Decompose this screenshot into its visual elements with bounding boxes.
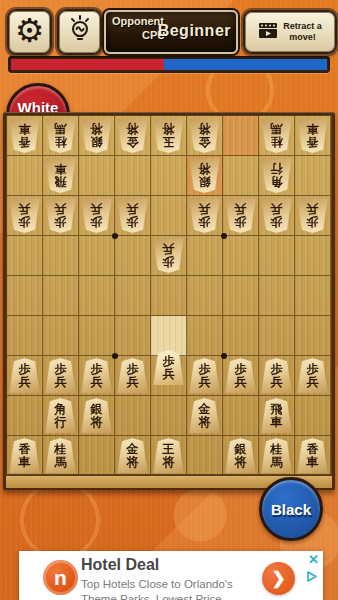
square-4a[interactable]: 金将: [187, 116, 223, 156]
square-1f[interactable]: [295, 316, 331, 356]
gear-icon: ⚙: [15, 14, 45, 47]
board-grid[interactable]: 香車桂馬銀将金将玉将金将桂馬香車飛車銀将角行歩兵歩兵歩兵歩兵歩兵歩兵歩兵歩兵歩兵…: [6, 115, 332, 475]
square-4i[interactable]: [187, 436, 223, 476]
square-2f[interactable]: [259, 316, 295, 356]
star-point: [112, 353, 118, 359]
white-piece-桂馬[interactable]: 桂馬: [45, 118, 76, 153]
white-piece-歩兵[interactable]: 歩兵: [261, 198, 292, 233]
square-6f[interactable]: [115, 316, 151, 356]
square-6g[interactable]: 歩兵: [115, 356, 151, 396]
white-piece-歩兵[interactable]: 歩兵: [9, 198, 40, 233]
square-3d[interactable]: [223, 236, 259, 276]
black-piece-銀将[interactable]: 銀将: [225, 438, 256, 473]
square-6d[interactable]: [115, 236, 151, 276]
square-7d[interactable]: [79, 236, 115, 276]
square-6b[interactable]: [115, 156, 151, 196]
advantage-bar: [8, 56, 330, 73]
black-piece-歩兵[interactable]: 歩兵: [117, 358, 148, 393]
square-1c[interactable]: 歩兵: [295, 196, 331, 236]
ad-logo: n: [43, 560, 78, 595]
star-point: [221, 233, 227, 239]
white-piece-香車[interactable]: 香車: [297, 118, 328, 153]
white-piece-歩兵[interactable]: 歩兵: [81, 198, 112, 233]
white-piece-歩兵[interactable]: 歩兵: [297, 198, 328, 233]
black-piece-香車[interactable]: 香車: [9, 438, 40, 473]
black-piece-歩兵[interactable]: 歩兵: [261, 358, 292, 393]
square-4f[interactable]: [187, 316, 223, 356]
black-piece-角行[interactable]: 角行: [45, 398, 76, 433]
square-2e[interactable]: [259, 276, 295, 316]
square-9b[interactable]: [7, 156, 43, 196]
ad-subtitle-line1: Top Hotels Close to Orlando's: [81, 578, 233, 590]
black-piece-香車[interactable]: 香車: [297, 438, 328, 473]
square-1e[interactable]: [295, 276, 331, 316]
square-7i[interactable]: [79, 436, 115, 476]
square-9g[interactable]: 歩兵: [7, 356, 43, 396]
square-5h[interactable]: [151, 396, 187, 436]
square-1b[interactable]: [295, 156, 331, 196]
white-piece-金将[interactable]: 金将: [117, 118, 148, 153]
white-piece-銀将[interactable]: 銀将: [81, 118, 112, 153]
app-screen: ⚙ Opponent CPU Beginner: [0, 0, 338, 600]
lightbulb-icon: [67, 15, 93, 49]
shogi-board: 香車桂馬銀将金将玉将金将桂馬香車飛車銀将角行歩兵歩兵歩兵歩兵歩兵歩兵歩兵歩兵歩兵…: [3, 112, 335, 490]
opponent-label: Opponent: [112, 15, 164, 27]
square-8a[interactable]: 桂馬: [43, 116, 79, 156]
square-5g[interactable]: 歩兵: [151, 356, 187, 396]
ad-subtitle-line2: Theme Parks. Lowest Price: [81, 593, 222, 600]
square-2h[interactable]: 飛車: [259, 396, 295, 436]
hint-button[interactable]: [57, 9, 102, 55]
white-piece-玉将[interactable]: 玉将: [153, 118, 184, 153]
black-piece-飛車[interactable]: 飛車: [261, 398, 292, 433]
square-5i[interactable]: 王将: [151, 436, 187, 476]
square-4h[interactable]: 金将: [187, 396, 223, 436]
white-piece-銀将[interactable]: 銀将: [189, 158, 220, 193]
square-7g[interactable]: 歩兵: [79, 356, 115, 396]
adchoices-icon[interactable]: [306, 569, 319, 587]
square-9h[interactable]: [7, 396, 43, 436]
black-piece-金将[interactable]: 金将: [189, 398, 220, 433]
ad-cta-button[interactable]: ❯: [262, 562, 295, 595]
square-2c[interactable]: 歩兵: [259, 196, 295, 236]
ad-close-button[interactable]: ✕: [308, 552, 319, 567]
square-7e[interactable]: [79, 276, 115, 316]
retract-move-button[interactable]: Retract a move!: [243, 10, 337, 54]
square-3b[interactable]: [223, 156, 259, 196]
clapperboard-icon: [258, 20, 278, 44]
square-3e[interactable]: [223, 276, 259, 316]
retract-label: Retract a move!: [283, 21, 322, 44]
square-8h[interactable]: 角行: [43, 396, 79, 436]
black-player-badge: Black: [259, 477, 323, 541]
white-piece-歩兵[interactable]: 歩兵: [225, 198, 256, 233]
star-point: [221, 353, 227, 359]
square-2a[interactable]: 桂馬: [259, 116, 295, 156]
square-9c[interactable]: 歩兵: [7, 196, 43, 236]
square-4b[interactable]: 銀将: [187, 156, 223, 196]
square-2g[interactable]: 歩兵: [259, 356, 295, 396]
black-piece-桂馬[interactable]: 桂馬: [261, 438, 292, 473]
square-6i[interactable]: 金将: [115, 436, 151, 476]
square-2i[interactable]: 桂馬: [259, 436, 295, 476]
square-2b[interactable]: 角行: [259, 156, 295, 196]
black-piece-歩兵[interactable]: 歩兵: [45, 358, 76, 393]
square-7a[interactable]: 銀将: [79, 116, 115, 156]
black-piece-金将[interactable]: 金将: [117, 438, 148, 473]
black-piece-歩兵[interactable]: 歩兵: [9, 358, 40, 393]
square-6h[interactable]: [115, 396, 151, 436]
white-piece-飛車[interactable]: 飛車: [45, 158, 76, 193]
square-9d[interactable]: [7, 236, 43, 276]
black-piece-歩兵[interactable]: 歩兵: [297, 358, 328, 393]
square-3h[interactable]: [223, 396, 259, 436]
white-piece-香車[interactable]: 香車: [9, 118, 40, 153]
square-3a[interactable]: [223, 116, 259, 156]
square-7b[interactable]: [79, 156, 115, 196]
square-5e[interactable]: [151, 276, 187, 316]
chevron-right-icon: ❯: [271, 568, 285, 589]
white-piece-歩兵[interactable]: 歩兵: [189, 198, 220, 233]
opponent-panel: Opponent CPU Beginner: [104, 10, 238, 54]
square-5c[interactable]: [151, 196, 187, 236]
white-piece-桂馬[interactable]: 桂馬: [261, 118, 292, 153]
square-4e[interactable]: [187, 276, 223, 316]
square-9a[interactable]: 香車: [7, 116, 43, 156]
square-1h[interactable]: [295, 396, 331, 436]
square-6a[interactable]: 金将: [115, 116, 151, 156]
black-piece-歩兵[interactable]: 歩兵: [153, 350, 184, 385]
square-1i[interactable]: 香車: [295, 436, 331, 476]
square-9i[interactable]: 香車: [7, 436, 43, 476]
white-piece-歩兵[interactable]: 歩兵: [153, 238, 184, 273]
advantage-bar-white: [11, 59, 164, 70]
black-piece-銀将[interactable]: 銀将: [81, 398, 112, 433]
advantage-bar-black: [164, 59, 327, 70]
square-4d[interactable]: [187, 236, 223, 276]
black-piece-桂馬[interactable]: 桂馬: [45, 438, 76, 473]
square-3c[interactable]: 歩兵: [223, 196, 259, 236]
square-8f[interactable]: [43, 316, 79, 356]
square-9e[interactable]: [7, 276, 43, 316]
square-5a[interactable]: 玉将: [151, 116, 187, 156]
square-6c[interactable]: 歩兵: [115, 196, 151, 236]
ad-title[interactable]: Hotel Deal: [81, 556, 159, 574]
square-5f[interactable]: [151, 316, 187, 356]
square-1a[interactable]: 香車: [295, 116, 331, 156]
square-7c[interactable]: 歩兵: [79, 196, 115, 236]
square-6e[interactable]: [115, 276, 151, 316]
square-7f[interactable]: [79, 316, 115, 356]
square-7h[interactable]: 銀将: [79, 396, 115, 436]
square-8b[interactable]: 飛車: [43, 156, 79, 196]
black-piece-歩兵[interactable]: 歩兵: [225, 358, 256, 393]
square-8i[interactable]: 桂馬: [43, 436, 79, 476]
black-piece-王将[interactable]: 王将: [153, 438, 184, 473]
square-8g[interactable]: 歩兵: [43, 356, 79, 396]
square-1d[interactable]: [295, 236, 331, 276]
white-piece-歩兵[interactable]: 歩兵: [45, 198, 76, 233]
white-piece-金将[interactable]: 金将: [189, 118, 220, 153]
white-piece-角行[interactable]: 角行: [261, 158, 292, 193]
white-piece-歩兵[interactable]: 歩兵: [117, 198, 148, 233]
square-9f[interactable]: [7, 316, 43, 356]
ad-banner[interactable]: n Hotel Deal Top Hotels Close to Orlando…: [19, 551, 323, 600]
star-point: [112, 233, 118, 239]
square-8e[interactable]: [43, 276, 79, 316]
square-8c[interactable]: 歩兵: [43, 196, 79, 236]
opponent-level: Beginner: [158, 22, 231, 40]
square-4g[interactable]: 歩兵: [187, 356, 223, 396]
square-2d[interactable]: [259, 236, 295, 276]
square-3g[interactable]: 歩兵: [223, 356, 259, 396]
square-3f[interactable]: [223, 316, 259, 356]
square-5b[interactable]: [151, 156, 187, 196]
black-piece-歩兵[interactable]: 歩兵: [81, 358, 112, 393]
square-3i[interactable]: 銀将: [223, 436, 259, 476]
black-piece-歩兵[interactable]: 歩兵: [189, 358, 220, 393]
settings-button[interactable]: ⚙: [7, 9, 52, 55]
square-4c[interactable]: 歩兵: [187, 196, 223, 236]
square-1g[interactable]: 歩兵: [295, 356, 331, 396]
square-5d[interactable]: 歩兵: [151, 236, 187, 276]
black-player-label: Black: [271, 501, 311, 518]
square-8d[interactable]: [43, 236, 79, 276]
